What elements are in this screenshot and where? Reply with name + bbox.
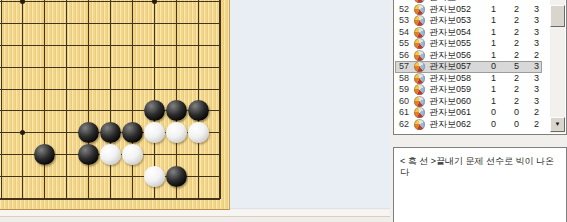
black-stone	[166, 100, 187, 121]
intersection-Q10[interactable]	[143, 0, 165, 12]
problem-row[interactable]: 56관자보056122	[395, 50, 542, 62]
intersection-L9[interactable]	[34, 12, 56, 34]
intersection-O10[interactable]	[100, 0, 122, 12]
intersection-R3[interactable]	[165, 144, 187, 166]
row-number: 54	[395, 27, 413, 38]
value-2: 2	[496, 4, 519, 15]
problem-icon	[414, 84, 425, 95]
right-panel: 51관자보05112352관자보05212353관자보05312354관자보05…	[390, 0, 567, 222]
intersection-S1[interactable]	[187, 188, 209, 210]
intersection-Q9[interactable]	[143, 12, 165, 34]
intersection-R10[interactable]	[165, 0, 187, 12]
intersection-J1[interactable]	[0, 188, 12, 210]
intersection-K6[interactable]	[12, 78, 34, 100]
intersection-P4[interactable]	[121, 122, 143, 144]
intersection-L3[interactable]	[34, 144, 56, 166]
intersection-K3[interactable]	[12, 144, 34, 166]
value-1: 0	[476, 61, 496, 72]
problem-name: 관자보055	[425, 38, 476, 49]
intersection-S3[interactable]	[187, 144, 209, 166]
intersection-T6[interactable]	[209, 78, 230, 100]
intersection-T2[interactable]	[209, 166, 230, 188]
black-stone	[166, 166, 187, 187]
intersection-O7[interactable]	[100, 56, 122, 78]
value-3: 3	[519, 38, 539, 49]
intersection-R2[interactable]	[165, 166, 187, 188]
intersection-O4[interactable]	[100, 122, 122, 144]
row-number: 60	[395, 96, 413, 107]
row-number: 52	[395, 4, 413, 15]
value-1: 1	[476, 38, 496, 49]
row-number: 53	[395, 15, 413, 26]
board-grid	[0, 0, 230, 209]
intersection-J7[interactable]	[0, 56, 12, 78]
scrollbar-thumb[interactable]	[550, 5, 565, 27]
intersection-R4[interactable]	[165, 122, 187, 144]
problem-icon	[414, 107, 425, 118]
value-1: 1	[476, 4, 496, 15]
problem-row[interactable]: 60관자보060123	[395, 96, 542, 108]
intersection-J8[interactable]	[0, 34, 12, 56]
intersection-S6[interactable]	[187, 78, 209, 100]
value-1: 1	[476, 96, 496, 107]
intersection-K2[interactable]	[12, 166, 34, 188]
intersection-J9[interactable]	[0, 12, 12, 34]
intersection-T5[interactable]	[209, 100, 230, 122]
intersection-R5[interactable]	[165, 100, 187, 122]
problem-icon	[414, 4, 425, 15]
intersection-J4[interactable]	[0, 122, 12, 144]
row-number: 59	[395, 84, 413, 95]
black-stone	[100, 122, 121, 143]
intersection-N6[interactable]	[78, 78, 100, 100]
intersection-L10[interactable]	[34, 0, 56, 12]
intersection-M1[interactable]	[56, 188, 78, 210]
problem-row[interactable]: 62관자보062002	[395, 119, 542, 131]
value-3: 3	[519, 0, 539, 3]
value-1: 1	[476, 15, 496, 26]
value-2: 2	[496, 38, 519, 49]
intersection-T7[interactable]	[209, 56, 230, 78]
intersection-O8[interactable]	[100, 34, 122, 56]
intersection-S5[interactable]	[187, 100, 209, 122]
problem-row[interactable]: 55관자보055123	[395, 38, 542, 50]
intersection-P6[interactable]	[121, 78, 143, 100]
value-3: 3	[519, 27, 539, 38]
intersection-R1[interactable]	[165, 188, 187, 210]
black-stone	[78, 144, 99, 165]
problem-list-rows: 51관자보05112352관자보05212353관자보05312354관자보05…	[395, 0, 550, 130]
intersection-R8[interactable]	[165, 34, 187, 56]
intersection-K10[interactable]	[12, 0, 34, 12]
problem-name: 관자보061	[425, 107, 476, 118]
value-1: 1	[476, 50, 496, 61]
white-stone	[122, 144, 143, 165]
intersection-L1[interactable]	[34, 188, 56, 210]
value-2: 2	[496, 84, 519, 95]
intersection-O6[interactable]	[100, 78, 122, 100]
intersection-M10[interactable]	[56, 0, 78, 12]
intersection-T1[interactable]	[209, 188, 230, 210]
intersection-Q8[interactable]	[143, 34, 165, 56]
intersection-M3[interactable]	[56, 144, 78, 166]
intersection-T8[interactable]	[209, 34, 230, 56]
intersection-Q5[interactable]	[143, 100, 165, 122]
intersection-N1[interactable]	[78, 188, 100, 210]
star-point	[152, 0, 157, 4]
value-2: 0	[496, 119, 519, 130]
intersection-N7[interactable]	[78, 56, 100, 78]
intersection-M9[interactable]	[56, 12, 78, 34]
intersection-N2[interactable]	[78, 166, 100, 188]
problem-name: 관자보060	[425, 96, 476, 107]
intersection-L8[interactable]	[34, 34, 56, 56]
description-panel[interactable]: < 흑 선 >끝내기 문제 선수로 빅이 나온다	[393, 147, 567, 222]
intersection-K8[interactable]	[12, 34, 34, 56]
white-stone	[166, 122, 187, 143]
value-2: 2	[496, 73, 519, 84]
problem-name: 관자보052	[425, 4, 476, 15]
star-point	[20, 130, 25, 135]
value-3: 3	[519, 15, 539, 26]
intersection-Q2[interactable]	[143, 166, 165, 188]
value-2: 2	[496, 15, 519, 26]
intersection-O5[interactable]	[100, 100, 122, 122]
intersection-L2[interactable]	[34, 166, 56, 188]
intersection-M4[interactable]	[56, 122, 78, 144]
problem-name: 관자보058	[425, 73, 476, 84]
value-3: 3	[519, 61, 539, 72]
problem-name: 관자보051	[425, 0, 476, 3]
problem-row[interactable]: 58관자보058123	[395, 73, 542, 85]
intersection-R6[interactable]	[165, 78, 187, 100]
intersection-K5[interactable]	[12, 100, 34, 122]
intersection-T4[interactable]	[209, 122, 230, 144]
value-2: 5	[496, 61, 519, 72]
intersection-N4[interactable]	[78, 122, 100, 144]
white-stone	[144, 122, 165, 143]
intersection-P10[interactable]	[121, 0, 143, 12]
intersection-S7[interactable]	[187, 56, 209, 78]
value-1: 1	[476, 84, 496, 95]
problem-icon	[414, 15, 425, 26]
row-number: 62	[395, 119, 413, 130]
value-1: 0	[476, 107, 496, 118]
problem-name: 관자보059	[425, 84, 476, 95]
row-number: 61	[395, 107, 413, 118]
intersection-P2[interactable]	[121, 166, 143, 188]
intersection-N8[interactable]	[78, 34, 100, 56]
intersection-R7[interactable]	[165, 56, 187, 78]
black-stone	[78, 122, 99, 143]
problem-name: 관자보056	[425, 50, 476, 61]
intersection-K4[interactable]	[12, 122, 34, 144]
intersection-J5[interactable]	[0, 100, 12, 122]
value-3: 3	[519, 84, 539, 95]
intersection-O9[interactable]	[100, 12, 122, 34]
value-3: 3	[519, 96, 539, 107]
intersection-S9[interactable]	[187, 12, 209, 34]
intersection-R9[interactable]	[165, 12, 187, 34]
intersection-J2[interactable]	[0, 166, 12, 188]
white-stone	[188, 122, 209, 143]
intersection-Q1[interactable]	[143, 188, 165, 210]
intersection-Q6[interactable]	[143, 78, 165, 100]
intersection-S2[interactable]	[187, 166, 209, 188]
intersection-O1[interactable]	[100, 188, 122, 210]
scrollbar-down-button[interactable]: ▼	[550, 117, 565, 132]
problem-icon	[414, 38, 425, 49]
description-text: < 흑 선 >끝내기 문제 선수로 빅이 나온다	[400, 156, 554, 177]
intersection-P9[interactable]	[121, 12, 143, 34]
star-point	[20, 0, 25, 4]
problem-icon	[414, 27, 425, 38]
go-board[interactable]	[0, 0, 230, 210]
value-3: 3	[519, 4, 539, 15]
intersection-S10[interactable]	[187, 0, 209, 12]
intersection-J10[interactable]	[0, 0, 12, 12]
problem-name: 관자보062	[425, 119, 476, 130]
intersection-J3[interactable]	[0, 144, 12, 166]
problem-icon	[414, 96, 425, 107]
intersection-K7[interactable]	[12, 56, 34, 78]
intersection-O2[interactable]	[100, 166, 122, 188]
white-stone	[100, 144, 121, 165]
intersection-P5[interactable]	[121, 100, 143, 122]
intersection-K9[interactable]	[12, 12, 34, 34]
problem-row[interactable]: 52관자보052123	[395, 4, 542, 16]
intersection-K1[interactable]	[12, 188, 34, 210]
problem-row[interactable]: 54관자보054123	[395, 27, 542, 39]
intersection-T3[interactable]	[209, 144, 230, 166]
row-number: 55	[395, 38, 413, 49]
problem-row[interactable]: 59관자보059123	[395, 84, 542, 96]
intersection-Q4[interactable]	[143, 122, 165, 144]
intersection-S8[interactable]	[187, 34, 209, 56]
intersection-O3[interactable]	[100, 144, 122, 166]
value-1: 0	[476, 119, 496, 130]
intersection-T10[interactable]	[209, 0, 230, 12]
intersection-J6[interactable]	[0, 78, 12, 100]
problem-name: 관자보054	[425, 27, 476, 38]
row-number: 51	[395, 0, 413, 3]
intersection-L7[interactable]	[34, 56, 56, 78]
value-2: 0	[496, 107, 519, 118]
intersection-T9[interactable]	[209, 12, 230, 34]
intersection-Q7[interactable]	[143, 56, 165, 78]
value-3: 3	[519, 73, 539, 84]
intersection-M2[interactable]	[56, 166, 78, 188]
problem-row-selected[interactable]: 57관자보057053	[395, 61, 542, 73]
value-3: 2	[519, 107, 539, 118]
white-stone	[144, 166, 165, 187]
intersection-P7[interactable]	[121, 56, 143, 78]
empty-panel	[230, 0, 390, 209]
intersection-P3[interactable]	[121, 144, 143, 166]
intersection-M6[interactable]	[56, 78, 78, 100]
problem-row[interactable]: 61관자보061002	[395, 107, 542, 119]
problem-icon	[414, 119, 425, 130]
problem-icon	[414, 73, 425, 84]
problem-name: 관자보057	[425, 61, 476, 72]
app-window: 51관자보05112352관자보05212353관자보05312354관자보05…	[0, 0, 567, 222]
bottom-strip	[0, 210, 390, 222]
black-stone	[34, 144, 55, 165]
problem-name: 관자보053	[425, 15, 476, 26]
intersection-N10[interactable]	[78, 0, 100, 12]
intersection-M8[interactable]	[56, 34, 78, 56]
intersection-M7[interactable]	[56, 56, 78, 78]
value-1: 1	[476, 73, 496, 84]
value-2: 2	[496, 27, 519, 38]
value-3: 2	[519, 119, 539, 130]
intersection-L5[interactable]	[34, 100, 56, 122]
row-number: 58	[395, 73, 413, 84]
intersection-L6[interactable]	[34, 78, 56, 100]
value-1: 1	[476, 27, 496, 38]
problem-icon	[414, 61, 425, 72]
value-1: 1	[476, 0, 496, 3]
scrollbar[interactable]: ▼	[550, 0, 565, 133]
problem-list[interactable]: 51관자보05112352관자보05212353관자보05312354관자보05…	[393, 0, 567, 135]
black-stone	[188, 100, 209, 121]
intersection-N5[interactable]	[78, 100, 100, 122]
row-number: 57	[395, 61, 413, 72]
intersection-P1[interactable]	[121, 188, 143, 210]
intersection-N3[interactable]	[78, 144, 100, 166]
row-number: 56	[395, 50, 413, 61]
intersection-P8[interactable]	[121, 34, 143, 56]
problem-icon	[414, 50, 425, 61]
intersection-Q3[interactable]	[143, 144, 165, 166]
down-arrow-icon: ▼	[555, 121, 561, 127]
black-stone	[144, 100, 165, 121]
value-3: 2	[519, 50, 539, 61]
problem-row[interactable]: 53관자보053123	[395, 15, 542, 27]
black-stone	[122, 122, 143, 143]
value-2: 2	[496, 0, 519, 3]
intersection-N9[interactable]	[78, 12, 100, 34]
value-2: 2	[496, 96, 519, 107]
intersection-M5[interactable]	[56, 100, 78, 122]
intersection-L4[interactable]	[34, 122, 56, 144]
intersection-S4[interactable]	[187, 122, 209, 144]
value-2: 2	[496, 50, 519, 61]
